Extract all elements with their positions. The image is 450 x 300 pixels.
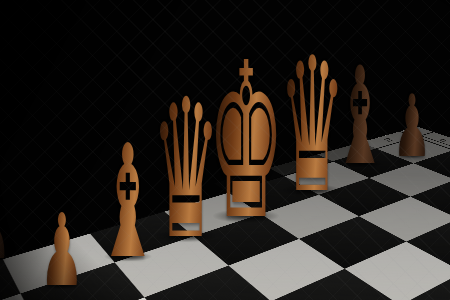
- chessboard-grid: ab8: [0, 127, 450, 300]
- chess-photo-stage: ab8 ♟♟♝♛♚♛♝♟: [0, 0, 450, 300]
